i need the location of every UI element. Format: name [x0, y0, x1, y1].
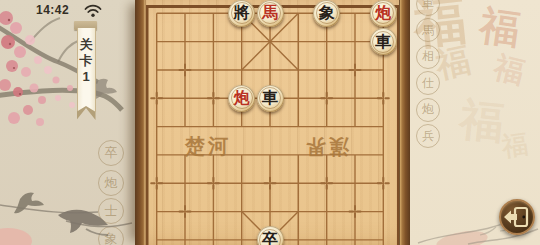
piece-glyph: 馬	[262, 5, 278, 21]
watermark-piece: 車	[416, 0, 440, 16]
watermark-piece: 炮	[416, 98, 440, 122]
watermark-piece: 兵	[416, 124, 440, 148]
game-screen: 14:42 关 卡 1 卒炮士象 楚河 漢界 將馬象炮車炮車卒	[0, 0, 540, 245]
piece-glyph: 象	[319, 5, 335, 21]
exit-door-icon	[501, 201, 533, 233]
piece-glyph: 炮	[375, 5, 391, 21]
plum-blossom-art	[0, 0, 137, 150]
board-frame-left	[135, 0, 146, 245]
piece-red-炮[interactable]: 炮	[228, 85, 255, 112]
fu-watermark: 福	[500, 126, 531, 164]
status-time: 14:42	[36, 3, 69, 17]
board-grid	[135, 0, 410, 245]
fu-watermark: 福	[476, 0, 523, 58]
exit-button[interactable]	[499, 199, 535, 235]
watermark-piece: 仕	[416, 71, 440, 95]
piece-glyph: 炮	[234, 90, 250, 106]
fu-watermark: 福	[457, 90, 507, 153]
fu-watermark: 福	[489, 47, 528, 94]
piece-glyph: 將	[234, 5, 250, 21]
watermark-piece: 馬	[416, 18, 440, 42]
piece-black-象[interactable]: 象	[313, 0, 340, 27]
board-panel: 楚河 漢界 將馬象炮車炮車卒	[135, 0, 410, 245]
watermark-piece: 士	[98, 198, 124, 224]
level-number: 1	[82, 69, 89, 85]
piece-black-車[interactable]: 車	[257, 85, 284, 112]
piece-black-卒[interactable]: 卒	[257, 226, 284, 245]
watermark-piece: 相	[416, 45, 440, 69]
piece-red-炮[interactable]: 炮	[370, 0, 397, 27]
piece-glyph: 卒	[262, 232, 278, 245]
piece-glyph: 車	[375, 34, 391, 50]
level-title-char1: 关	[80, 37, 93, 53]
river-label-right: 漢界	[303, 133, 349, 160]
board-frame-right	[399, 0, 410, 245]
right-panel: 福福福福福福 車馬相仕炮兵	[410, 0, 540, 245]
piece-black-車[interactable]: 車	[370, 28, 397, 55]
river-label-left: 楚河	[185, 133, 231, 160]
watermark-piece: 象	[98, 226, 124, 245]
level-title-char2: 卡	[80, 53, 93, 69]
piece-black-將[interactable]: 將	[228, 0, 255, 27]
watermark-piece: 卒	[98, 140, 124, 166]
wifi-icon	[84, 4, 102, 18]
watermark-piece: 炮	[98, 170, 124, 196]
level-banner: 关 卡 1	[77, 28, 96, 113]
piece-glyph: 車	[262, 90, 278, 106]
left-panel: 14:42 关 卡 1 卒炮士象	[0, 0, 140, 245]
piece-red-馬[interactable]: 馬	[257, 0, 284, 27]
